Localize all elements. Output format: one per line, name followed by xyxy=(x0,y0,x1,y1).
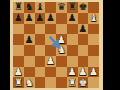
square-e1[interactable] xyxy=(56,77,67,88)
square-b3[interactable] xyxy=(24,56,35,67)
square-f6[interactable] xyxy=(67,24,78,35)
square-a3[interactable] xyxy=(13,56,24,67)
piece-white-rook[interactable]: ♜ xyxy=(13,77,24,88)
piece-black-pawn[interactable]: ♟ xyxy=(67,13,78,24)
square-g4[interactable] xyxy=(78,45,89,56)
square-a5[interactable] xyxy=(13,34,24,45)
square-a4[interactable] xyxy=(13,45,24,56)
square-c4[interactable] xyxy=(35,45,46,56)
square-c3[interactable] xyxy=(35,56,46,67)
square-h1[interactable] xyxy=(88,77,99,88)
square-c6[interactable] xyxy=(35,24,46,35)
square-g7[interactable] xyxy=(78,13,89,24)
square-e3[interactable] xyxy=(56,56,67,67)
square-d1[interactable] xyxy=(45,77,56,88)
square-g3[interactable] xyxy=(78,56,89,67)
square-f5[interactable] xyxy=(67,34,78,45)
chess-board: ♜♞♝♛♜♚♟♟♟♟♟♝♟♟♟♞♟♟♟♟♟♜♞♜♚ xyxy=(13,2,99,88)
square-f2[interactable]: ♟ xyxy=(67,67,78,78)
square-h6[interactable] xyxy=(88,24,99,35)
piece-black-pawn[interactable]: ♟ xyxy=(35,13,46,24)
square-c5[interactable] xyxy=(35,34,46,45)
square-f4[interactable] xyxy=(67,45,78,56)
piece-black-pawn[interactable]: ♟ xyxy=(13,13,24,24)
square-d5[interactable] xyxy=(45,34,56,45)
square-h7[interactable]: ♝ xyxy=(88,13,99,24)
piece-white-knight[interactable]: ♞ xyxy=(56,45,67,56)
square-d7[interactable]: ♟ xyxy=(45,13,56,24)
square-a1[interactable]: ♜ xyxy=(13,77,24,88)
piece-white-knight[interactable]: ♞ xyxy=(24,77,35,88)
board-margin: ♜♞♝♛♜♚♟♟♟♟♟♝♟♟♟♞♟♟♟♟♟♜♞♜♚ xyxy=(10,0,103,90)
square-e2[interactable] xyxy=(56,67,67,78)
square-g6[interactable]: ♟ xyxy=(78,24,89,35)
square-f7[interactable]: ♟ xyxy=(67,13,78,24)
square-a7[interactable]: ♟ xyxy=(13,13,24,24)
square-g1[interactable]: ♚ xyxy=(78,77,89,88)
piece-white-king[interactable]: ♚ xyxy=(78,77,89,88)
square-h5[interactable] xyxy=(88,34,99,45)
square-f3[interactable] xyxy=(67,56,78,67)
piece-white-pawn[interactable]: ♟ xyxy=(88,67,99,78)
piece-black-king[interactable]: ♚ xyxy=(78,2,89,13)
square-e8[interactable]: ♛ xyxy=(56,2,67,13)
square-g2[interactable]: ♟ xyxy=(78,67,89,78)
piece-white-pawn[interactable]: ♟ xyxy=(78,67,89,78)
square-e4[interactable]: ♞ xyxy=(56,45,67,56)
piece-white-bishop[interactable]: ♝ xyxy=(88,13,99,24)
piece-white-pawn[interactable]: ♟ xyxy=(67,67,78,78)
square-b6[interactable] xyxy=(24,24,35,35)
square-c2[interactable] xyxy=(35,67,46,78)
square-b7[interactable]: ♟ xyxy=(24,13,35,24)
square-c7[interactable]: ♟ xyxy=(35,13,46,24)
square-b5[interactable]: ♟ xyxy=(24,34,35,45)
piece-black-pawn[interactable]: ♟ xyxy=(24,13,35,24)
square-b1[interactable]: ♞ xyxy=(24,77,35,88)
square-h4[interactable] xyxy=(88,45,99,56)
square-f1[interactable]: ♜ xyxy=(67,77,78,88)
square-h2[interactable]: ♟ xyxy=(88,67,99,78)
square-g8[interactable]: ♚ xyxy=(78,2,89,13)
piece-black-queen[interactable]: ♛ xyxy=(56,2,67,13)
piece-white-pawn[interactable]: ♟ xyxy=(13,67,24,78)
square-g5[interactable] xyxy=(78,34,89,45)
piece-black-pawn[interactable]: ♟ xyxy=(45,13,56,24)
square-e7[interactable] xyxy=(56,13,67,24)
square-e6[interactable] xyxy=(56,24,67,35)
square-b2[interactable] xyxy=(24,67,35,78)
square-a2[interactable]: ♟ xyxy=(13,67,24,78)
square-d2[interactable] xyxy=(45,67,56,78)
square-d6[interactable] xyxy=(45,24,56,35)
square-c1[interactable] xyxy=(35,77,46,88)
piece-black-pawn[interactable]: ♟ xyxy=(24,34,35,45)
square-d3[interactable]: ♟ xyxy=(45,56,56,67)
square-h3[interactable] xyxy=(88,56,99,67)
piece-black-pawn[interactable]: ♟ xyxy=(78,24,89,35)
piece-white-rook[interactable]: ♜ xyxy=(67,77,78,88)
square-b4[interactable] xyxy=(24,45,35,56)
square-a6[interactable] xyxy=(13,24,24,35)
piece-white-pawn[interactable]: ♟ xyxy=(45,56,56,67)
